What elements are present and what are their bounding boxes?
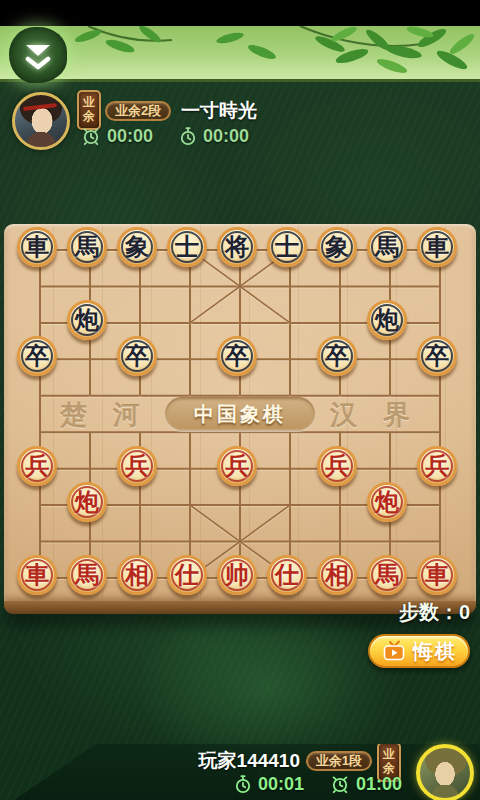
top-banner	[0, 26, 480, 82]
xiangqi-piece-帅[interactable]: 帅	[217, 555, 257, 595]
opponent-avatar[interactable]	[12, 92, 70, 150]
opponent-rank-badge: 业余	[77, 90, 101, 130]
xiangqi-piece-相[interactable]: 相	[317, 555, 357, 595]
xiangqi-piece-仕[interactable]: 仕	[167, 555, 207, 595]
status-bar	[0, 0, 480, 26]
alarm-clock-icon	[81, 126, 101, 146]
xiangqi-piece-炮[interactable]: 炮	[67, 482, 107, 522]
opponent-name: 一寸時光	[181, 100, 257, 122]
pocket-watch-icon	[179, 126, 197, 146]
xiangqi-piece-兵[interactable]: 兵	[317, 446, 357, 486]
xiangqi-piece-炮[interactable]: 炮	[367, 482, 407, 522]
xiangqi-piece-車[interactable]: 車	[417, 227, 457, 267]
xiangqi-piece-兵[interactable]: 兵	[217, 446, 257, 486]
xiangqi-piece-象[interactable]: 象	[317, 227, 357, 267]
xiangqi-piece-相[interactable]: 相	[117, 555, 157, 595]
xiangqi-piece-士[interactable]: 士	[167, 227, 207, 267]
double-chevron-down-icon	[21, 40, 55, 70]
opponent-rank-pill: 业余2段	[105, 101, 171, 121]
player-move-time: 00:01	[258, 774, 304, 794]
xiangqi-piece-炮[interactable]: 炮	[367, 300, 407, 340]
opponent-total-time: 00:00	[107, 126, 153, 146]
bamboo-decoration	[0, 26, 480, 82]
move-counter-value: 0	[459, 600, 470, 624]
opponent-clocks: 00:00 00:00	[81, 126, 249, 146]
bottom-player-bar: 玩家144410 业余1段 业余 00:01 01:00	[0, 744, 480, 800]
xiangqi-piece-馬[interactable]: 馬	[67, 555, 107, 595]
xiangqi-board[interactable]: 楚河 汉界 中国象棋 車馬象士将士象馬車炮炮卒卒卒卒卒兵兵兵兵兵炮炮車馬相仕帅仕…	[4, 224, 476, 601]
collapse-panel-button[interactable]	[9, 27, 67, 83]
xiangqi-piece-炮[interactable]: 炮	[67, 300, 107, 340]
move-counter: 步数： 0	[399, 600, 470, 624]
opponent-move-time: 00:00	[203, 126, 249, 146]
player-avatar[interactable]	[416, 744, 474, 800]
move-counter-label: 步数：	[399, 600, 459, 624]
undo-button-label: 悔棋	[413, 640, 457, 662]
xiangqi-piece-車[interactable]: 車	[17, 227, 57, 267]
xiangqi-piece-将[interactable]: 将	[217, 227, 257, 267]
river-label-left: 楚河	[34, 400, 166, 430]
xiangqi-piece-馬[interactable]: 馬	[67, 227, 107, 267]
xiangqi-piece-車[interactable]: 車	[17, 555, 57, 595]
board-title-capsule: 中国象棋	[165, 397, 315, 431]
river-label-right: 汉界	[304, 400, 436, 430]
player-total-time: 01:00	[356, 774, 402, 794]
xiangqi-piece-象[interactable]: 象	[117, 227, 157, 267]
xiangqi-piece-兵[interactable]: 兵	[17, 446, 57, 486]
xiangqi-piece-車[interactable]: 車	[417, 555, 457, 595]
xiangqi-piece-仕[interactable]: 仕	[267, 555, 307, 595]
player-clocks: 00:01 01:00	[234, 774, 402, 794]
alarm-clock-icon	[330, 774, 350, 794]
xiangqi-piece-馬[interactable]: 馬	[367, 555, 407, 595]
xiangqi-piece-兵[interactable]: 兵	[117, 446, 157, 486]
xiangqi-piece-兵[interactable]: 兵	[417, 446, 457, 486]
player-rank-pill: 业余1段	[306, 751, 372, 771]
pocket-watch-icon	[234, 774, 252, 794]
xiangqi-piece-馬[interactable]: 馬	[367, 227, 407, 267]
xiangqi-game-screen: 业余 业余2段 一寸時光 00:00 00:00 楚河	[0, 0, 480, 800]
undo-move-button[interactable]: 悔棋	[368, 634, 470, 668]
xiangqi-piece-士[interactable]: 士	[267, 227, 307, 267]
replay-tv-icon	[381, 640, 407, 662]
player-name: 玩家144410	[199, 750, 300, 772]
